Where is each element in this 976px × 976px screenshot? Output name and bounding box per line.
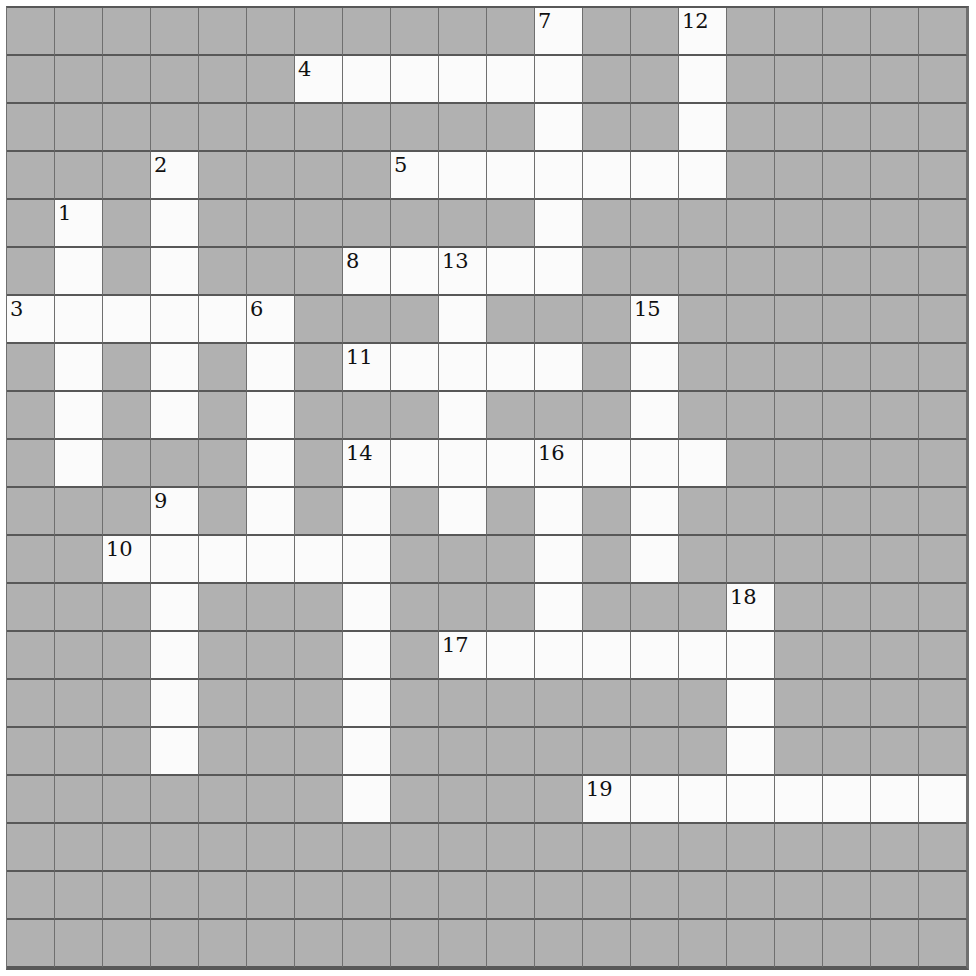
blocked-cell-r11c9 — [439, 536, 487, 584]
open-cell-r11c6[interactable] — [295, 536, 343, 584]
blocked-cell-r1c4 — [199, 56, 247, 104]
open-cell-r11c4[interactable] — [199, 536, 247, 584]
blocked-cell-r9c3 — [151, 440, 199, 488]
open-cell-r16c12[interactable]: 19 — [583, 776, 631, 824]
blocked-cell-r6c11 — [535, 296, 583, 344]
clue-number-7: 7 — [538, 8, 551, 34]
blocked-cell-r4c15 — [727, 200, 775, 248]
clue-number-12: 12 — [682, 8, 709, 34]
open-cell-r6c5[interactable]: 6 — [247, 296, 295, 344]
blocked-cell-r19c9 — [439, 920, 487, 968]
blocked-cell-r2c5 — [247, 104, 295, 152]
blocked-cell-r18c8 — [391, 872, 439, 920]
open-cell-r1c8[interactable] — [391, 56, 439, 104]
blocked-cell-r7c19 — [919, 344, 967, 392]
blocked-cell-r2c2 — [103, 104, 151, 152]
open-cell-r16c18[interactable] — [871, 776, 919, 824]
clue-number-14: 14 — [346, 440, 373, 466]
blocked-cell-r17c6 — [295, 824, 343, 872]
blocked-cell-r16c3 — [151, 776, 199, 824]
blocked-cell-r2c12 — [583, 104, 631, 152]
blocked-cell-r17c14 — [679, 824, 727, 872]
blocked-cell-r12c8 — [391, 584, 439, 632]
open-cell-r7c7[interactable]: 11 — [343, 344, 391, 392]
blocked-cell-r11c10 — [487, 536, 535, 584]
blocked-cell-r10c19 — [919, 488, 967, 536]
clue-number-1: 1 — [58, 200, 71, 226]
open-cell-r5c3[interactable] — [151, 248, 199, 296]
blocked-cell-r13c0 — [7, 632, 55, 680]
blocked-cell-r19c19 — [919, 920, 967, 968]
blocked-cell-r2c9 — [439, 104, 487, 152]
open-cell-r10c5[interactable] — [247, 488, 295, 536]
open-cell-r12c11[interactable] — [535, 584, 583, 632]
blocked-cell-r17c2 — [103, 824, 151, 872]
blocked-cell-r15c10 — [487, 728, 535, 776]
blocked-cell-r19c6 — [295, 920, 343, 968]
blocked-cell-r10c6 — [295, 488, 343, 536]
blocked-cell-r12c19 — [919, 584, 967, 632]
clue-number-19: 19 — [586, 776, 613, 802]
blocked-cell-r10c14 — [679, 488, 727, 536]
open-cell-r1c11[interactable] — [535, 56, 583, 104]
open-cell-r5c10[interactable] — [487, 248, 535, 296]
blocked-cell-r18c12 — [583, 872, 631, 920]
blocked-cell-r7c16 — [775, 344, 823, 392]
open-cell-r0c14[interactable]: 12 — [679, 8, 727, 56]
blocked-cell-r3c15 — [727, 152, 775, 200]
open-cell-r1c6[interactable]: 4 — [295, 56, 343, 104]
blocked-cell-r3c1 — [55, 152, 103, 200]
blocked-cell-r0c2 — [103, 8, 151, 56]
blocked-cell-r2c1 — [55, 104, 103, 152]
blocked-cell-r18c19 — [919, 872, 967, 920]
open-cell-r5c11[interactable] — [535, 248, 583, 296]
open-cell-r9c5[interactable] — [247, 440, 295, 488]
clue-number-15: 15 — [634, 296, 661, 322]
blocked-cell-r15c2 — [103, 728, 151, 776]
blocked-cell-r6c6 — [295, 296, 343, 344]
blocked-cell-r16c6 — [295, 776, 343, 824]
blocked-cell-r16c2 — [103, 776, 151, 824]
blocked-cell-r3c16 — [775, 152, 823, 200]
blocked-cell-r13c4 — [199, 632, 247, 680]
open-cell-r10c9[interactable] — [439, 488, 487, 536]
open-cell-r8c1[interactable] — [55, 392, 103, 440]
open-cell-r5c1[interactable] — [55, 248, 103, 296]
open-cell-r11c13[interactable] — [631, 536, 679, 584]
clue-number-10: 10 — [106, 536, 133, 562]
blocked-cell-r0c4 — [199, 8, 247, 56]
blocked-cell-r6c15 — [727, 296, 775, 344]
open-cell-r7c9[interactable] — [439, 344, 487, 392]
blocked-cell-r19c1 — [55, 920, 103, 968]
blocked-cell-r8c8 — [391, 392, 439, 440]
open-cell-r9c9[interactable] — [439, 440, 487, 488]
open-cell-r16c19[interactable] — [919, 776, 967, 824]
blocked-cell-r17c3 — [151, 824, 199, 872]
blocked-cell-r0c18 — [871, 8, 919, 56]
blocked-cell-r5c19 — [919, 248, 967, 296]
open-cell-r16c13[interactable] — [631, 776, 679, 824]
blocked-cell-r17c18 — [871, 824, 919, 872]
blocked-cell-r11c15 — [727, 536, 775, 584]
blocked-cell-r10c12 — [583, 488, 631, 536]
open-cell-r9c12[interactable] — [583, 440, 631, 488]
open-cell-r15c7[interactable] — [343, 728, 391, 776]
blocked-cell-r14c6 — [295, 680, 343, 728]
blocked-cell-r7c18 — [871, 344, 919, 392]
blocked-cell-r16c11 — [535, 776, 583, 824]
open-cell-r12c3[interactable] — [151, 584, 199, 632]
blocked-cell-r0c13 — [631, 8, 679, 56]
blocked-cell-r18c15 — [727, 872, 775, 920]
open-cell-r6c1[interactable] — [55, 296, 103, 344]
blocked-cell-r7c2 — [103, 344, 151, 392]
open-cell-r4c1[interactable]: 1 — [55, 200, 103, 248]
blocked-cell-r18c5 — [247, 872, 295, 920]
blocked-cell-r12c4 — [199, 584, 247, 632]
blocked-cell-r3c2 — [103, 152, 151, 200]
open-cell-r7c5[interactable] — [247, 344, 295, 392]
open-cell-r16c7[interactable] — [343, 776, 391, 824]
open-cell-r3c3[interactable]: 2 — [151, 152, 199, 200]
blocked-cell-r2c16 — [775, 104, 823, 152]
blocked-cell-r9c2 — [103, 440, 151, 488]
open-cell-r11c5[interactable] — [247, 536, 295, 584]
blocked-cell-r11c19 — [919, 536, 967, 584]
blocked-cell-r12c10 — [487, 584, 535, 632]
open-cell-r11c7[interactable] — [343, 536, 391, 584]
open-cell-r13c12[interactable] — [583, 632, 631, 680]
open-cell-r6c3[interactable] — [151, 296, 199, 344]
blocked-cell-r15c16 — [775, 728, 823, 776]
open-cell-r7c1[interactable] — [55, 344, 103, 392]
blocked-cell-r14c8 — [391, 680, 439, 728]
blocked-cell-r3c7 — [343, 152, 391, 200]
open-cell-r12c15[interactable]: 18 — [727, 584, 775, 632]
blocked-cell-r11c8 — [391, 536, 439, 584]
open-cell-r8c9[interactable] — [439, 392, 487, 440]
blocked-cell-r0c8 — [391, 8, 439, 56]
blocked-cell-r18c13 — [631, 872, 679, 920]
open-cell-r8c13[interactable] — [631, 392, 679, 440]
open-cell-r9c8[interactable] — [391, 440, 439, 488]
open-cell-r10c11[interactable] — [535, 488, 583, 536]
blocked-cell-r6c8 — [391, 296, 439, 344]
blocked-cell-r14c14 — [679, 680, 727, 728]
blocked-cell-r12c9 — [439, 584, 487, 632]
open-cell-r13c10[interactable] — [487, 632, 535, 680]
blocked-cell-r0c10 — [487, 8, 535, 56]
blocked-cell-r14c4 — [199, 680, 247, 728]
blocked-cell-r5c18 — [871, 248, 919, 296]
open-cell-r9c13[interactable] — [631, 440, 679, 488]
blocked-cell-r15c1 — [55, 728, 103, 776]
blocked-cell-r5c0 — [7, 248, 55, 296]
blocked-cell-r1c17 — [823, 56, 871, 104]
open-cell-r13c3[interactable] — [151, 632, 199, 680]
blocked-cell-r12c14 — [679, 584, 727, 632]
blocked-cell-r11c17 — [823, 536, 871, 584]
open-cell-r10c3[interactable]: 9 — [151, 488, 199, 536]
blocked-cell-r3c4 — [199, 152, 247, 200]
blocked-cell-r17c1 — [55, 824, 103, 872]
blocked-cell-r7c0 — [7, 344, 55, 392]
blocked-cell-r0c16 — [775, 8, 823, 56]
open-cell-r6c4[interactable] — [199, 296, 247, 344]
blocked-cell-r11c1 — [55, 536, 103, 584]
open-cell-r9c7[interactable]: 14 — [343, 440, 391, 488]
blocked-cell-r16c1 — [55, 776, 103, 824]
blocked-cell-r7c15 — [727, 344, 775, 392]
open-cell-r9c10[interactable] — [487, 440, 535, 488]
open-cell-r16c14[interactable] — [679, 776, 727, 824]
blocked-cell-r0c1 — [55, 8, 103, 56]
blocked-cell-r19c4 — [199, 920, 247, 968]
blocked-cell-r8c19 — [919, 392, 967, 440]
open-cell-r16c16[interactable] — [775, 776, 823, 824]
open-cell-r13c9[interactable]: 17 — [439, 632, 487, 680]
blocked-cell-r15c4 — [199, 728, 247, 776]
open-cell-r15c15[interactable] — [727, 728, 775, 776]
open-cell-r0c11[interactable]: 7 — [535, 8, 583, 56]
open-cell-r3c11[interactable] — [535, 152, 583, 200]
blocked-cell-r15c17 — [823, 728, 871, 776]
open-cell-r4c11[interactable] — [535, 200, 583, 248]
blocked-cell-r10c0 — [7, 488, 55, 536]
open-cell-r9c1[interactable] — [55, 440, 103, 488]
blocked-cell-r14c2 — [103, 680, 151, 728]
blocked-cell-r3c18 — [871, 152, 919, 200]
open-cell-r3c8[interactable]: 5 — [391, 152, 439, 200]
open-cell-r5c7[interactable]: 8 — [343, 248, 391, 296]
clue-number-8: 8 — [346, 248, 359, 274]
blocked-cell-r7c4 — [199, 344, 247, 392]
blocked-cell-r8c14 — [679, 392, 727, 440]
blocked-cell-r14c11 — [535, 680, 583, 728]
blocked-cell-r0c17 — [823, 8, 871, 56]
open-cell-r4c3[interactable] — [151, 200, 199, 248]
open-cell-r3c13[interactable] — [631, 152, 679, 200]
blocked-cell-r12c0 — [7, 584, 55, 632]
open-cell-r14c3[interactable] — [151, 680, 199, 728]
blocked-cell-r14c5 — [247, 680, 295, 728]
clue-number-18: 18 — [730, 584, 757, 610]
blocked-cell-r13c6 — [295, 632, 343, 680]
open-cell-r2c11[interactable] — [535, 104, 583, 152]
blocked-cell-r13c5 — [247, 632, 295, 680]
blocked-cell-r12c12 — [583, 584, 631, 632]
blocked-cell-r10c1 — [55, 488, 103, 536]
blocked-cell-r8c6 — [295, 392, 343, 440]
blocked-cell-r19c13 — [631, 920, 679, 968]
blocked-cell-r14c0 — [7, 680, 55, 728]
blocked-cell-r8c2 — [103, 392, 151, 440]
blocked-cell-r16c5 — [247, 776, 295, 824]
blocked-cell-r2c4 — [199, 104, 247, 152]
blocked-cell-r4c8 — [391, 200, 439, 248]
blocked-cell-r10c17 — [823, 488, 871, 536]
blocked-cell-r6c19 — [919, 296, 967, 344]
open-cell-r11c3[interactable] — [151, 536, 199, 584]
open-cell-r12c7[interactable] — [343, 584, 391, 632]
blocked-cell-r14c13 — [631, 680, 679, 728]
open-cell-r7c8[interactable] — [391, 344, 439, 392]
blocked-cell-r10c15 — [727, 488, 775, 536]
open-cell-r13c11[interactable] — [535, 632, 583, 680]
open-cell-r3c12[interactable] — [583, 152, 631, 200]
blocked-cell-r9c16 — [775, 440, 823, 488]
open-cell-r14c7[interactable] — [343, 680, 391, 728]
open-cell-r1c14[interactable] — [679, 56, 727, 104]
blocked-cell-r13c16 — [775, 632, 823, 680]
blocked-cell-r19c8 — [391, 920, 439, 968]
blocked-cell-r14c12 — [583, 680, 631, 728]
clue-number-17: 17 — [442, 632, 469, 658]
open-cell-r13c7[interactable] — [343, 632, 391, 680]
blocked-cell-r12c18 — [871, 584, 919, 632]
crossword-page: 71242518133615111416910181719 — [0, 0, 976, 976]
open-cell-r6c2[interactable] — [103, 296, 151, 344]
clue-number-5: 5 — [394, 152, 407, 178]
blocked-cell-r19c15 — [727, 920, 775, 968]
blocked-cell-r2c8 — [391, 104, 439, 152]
blocked-cell-r1c0 — [7, 56, 55, 104]
blocked-cell-r3c5 — [247, 152, 295, 200]
blocked-cell-r12c17 — [823, 584, 871, 632]
open-cell-r7c13[interactable] — [631, 344, 679, 392]
open-cell-r7c3[interactable] — [151, 344, 199, 392]
open-cell-r13c13[interactable] — [631, 632, 679, 680]
open-cell-r13c14[interactable] — [679, 632, 727, 680]
open-cell-r15c3[interactable] — [151, 728, 199, 776]
blocked-cell-r8c7 — [343, 392, 391, 440]
blocked-cell-r8c16 — [775, 392, 823, 440]
open-cell-r5c8[interactable] — [391, 248, 439, 296]
blocked-cell-r18c9 — [439, 872, 487, 920]
blocked-cell-r14c16 — [775, 680, 823, 728]
blocked-cell-r9c17 — [823, 440, 871, 488]
blocked-cell-r10c8 — [391, 488, 439, 536]
blocked-cell-r8c4 — [199, 392, 247, 440]
blocked-cell-r5c5 — [247, 248, 295, 296]
blocked-cell-r19c18 — [871, 920, 919, 968]
clue-number-9: 9 — [154, 488, 167, 514]
blocked-cell-r18c1 — [55, 872, 103, 920]
blocked-cell-r4c13 — [631, 200, 679, 248]
open-cell-r6c0[interactable]: 3 — [7, 296, 55, 344]
blocked-cell-r3c6 — [295, 152, 343, 200]
open-cell-r14c15[interactable] — [727, 680, 775, 728]
open-cell-r10c7[interactable] — [343, 488, 391, 536]
open-cell-r9c14[interactable] — [679, 440, 727, 488]
clue-number-16: 16 — [538, 440, 565, 466]
blocked-cell-r5c13 — [631, 248, 679, 296]
blocked-cell-r12c5 — [247, 584, 295, 632]
blocked-cell-r2c6 — [295, 104, 343, 152]
blocked-cell-r15c5 — [247, 728, 295, 776]
open-cell-r5c9[interactable]: 13 — [439, 248, 487, 296]
open-cell-r10c13[interactable] — [631, 488, 679, 536]
open-cell-r16c15[interactable] — [727, 776, 775, 824]
blocked-cell-r10c4 — [199, 488, 247, 536]
open-cell-r3c14[interactable] — [679, 152, 727, 200]
blocked-cell-r4c19 — [919, 200, 967, 248]
blocked-cell-r18c2 — [103, 872, 151, 920]
blocked-cell-r8c12 — [583, 392, 631, 440]
blocked-cell-r4c9 — [439, 200, 487, 248]
open-cell-r11c11[interactable] — [535, 536, 583, 584]
blocked-cell-r17c10 — [487, 824, 535, 872]
open-cell-r8c5[interactable] — [247, 392, 295, 440]
open-cell-r8c3[interactable] — [151, 392, 199, 440]
open-cell-r6c9[interactable] — [439, 296, 487, 344]
blocked-cell-r10c18 — [871, 488, 919, 536]
blocked-cell-r5c16 — [775, 248, 823, 296]
blocked-cell-r1c2 — [103, 56, 151, 104]
blocked-cell-r1c16 — [775, 56, 823, 104]
open-cell-r1c7[interactable] — [343, 56, 391, 104]
open-cell-r3c9[interactable] — [439, 152, 487, 200]
blocked-cell-r12c13 — [631, 584, 679, 632]
blocked-cell-r19c3 — [151, 920, 199, 968]
open-cell-r7c10[interactable] — [487, 344, 535, 392]
blocked-cell-r2c10 — [487, 104, 535, 152]
open-cell-r9c11[interactable]: 16 — [535, 440, 583, 488]
blocked-cell-r1c19 — [919, 56, 967, 104]
open-cell-r16c17[interactable] — [823, 776, 871, 824]
blocked-cell-r14c17 — [823, 680, 871, 728]
blocked-cell-r15c18 — [871, 728, 919, 776]
open-cell-r6c13[interactable]: 15 — [631, 296, 679, 344]
blocked-cell-r0c0 — [7, 8, 55, 56]
blocked-cell-r9c6 — [295, 440, 343, 488]
blocked-cell-r19c11 — [535, 920, 583, 968]
blocked-cell-r15c0 — [7, 728, 55, 776]
blocked-cell-r6c14 — [679, 296, 727, 344]
blocked-cell-r15c12 — [583, 728, 631, 776]
blocked-cell-r6c10 — [487, 296, 535, 344]
open-cell-r1c10[interactable] — [487, 56, 535, 104]
blocked-cell-r6c16 — [775, 296, 823, 344]
blocked-cell-r18c17 — [823, 872, 871, 920]
blocked-cell-r12c2 — [103, 584, 151, 632]
blocked-cell-r17c0 — [7, 824, 55, 872]
open-cell-r13c15[interactable] — [727, 632, 775, 680]
open-cell-r1c9[interactable] — [439, 56, 487, 104]
blocked-cell-r11c14 — [679, 536, 727, 584]
open-cell-r3c10[interactable] — [487, 152, 535, 200]
open-cell-r2c14[interactable] — [679, 104, 727, 152]
blocked-cell-r3c17 — [823, 152, 871, 200]
open-cell-r7c11[interactable] — [535, 344, 583, 392]
blocked-cell-r19c10 — [487, 920, 535, 968]
blocked-cell-r0c7 — [343, 8, 391, 56]
blocked-cell-r12c6 — [295, 584, 343, 632]
blocked-cell-r18c6 — [295, 872, 343, 920]
blocked-cell-r0c15 — [727, 8, 775, 56]
blocked-cell-r10c10 — [487, 488, 535, 536]
blocked-cell-r8c17 — [823, 392, 871, 440]
blocked-cell-r8c10 — [487, 392, 535, 440]
blocked-cell-r19c5 — [247, 920, 295, 968]
blocked-cell-r17c16 — [775, 824, 823, 872]
blocked-cell-r0c19 — [919, 8, 967, 56]
blocked-cell-r11c18 — [871, 536, 919, 584]
open-cell-r11c2[interactable]: 10 — [103, 536, 151, 584]
blocked-cell-r10c2 — [103, 488, 151, 536]
